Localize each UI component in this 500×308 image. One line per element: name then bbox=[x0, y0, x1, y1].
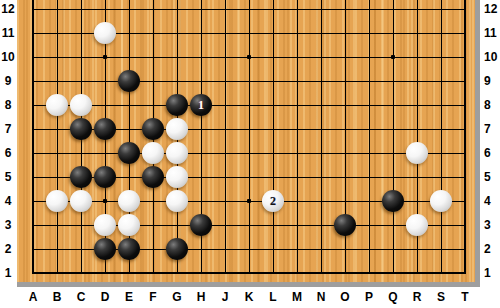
stone-black-H3[interactable] bbox=[190, 214, 212, 236]
col-label-R: R bbox=[409, 290, 425, 304]
stone-black-H8[interactable] bbox=[190, 94, 212, 116]
stone-white-S4[interactable] bbox=[430, 190, 452, 212]
grid-line-row-12 bbox=[32, 9, 466, 10]
row-label-right-12: 12 bbox=[484, 2, 500, 16]
stone-black-E6[interactable] bbox=[118, 142, 140, 164]
stone-black-E2[interactable] bbox=[118, 238, 140, 260]
col-label-S: S bbox=[433, 290, 449, 304]
stone-black-G8[interactable] bbox=[166, 94, 188, 116]
row-label-left-2: 2 bbox=[0, 242, 16, 256]
stone-white-G4[interactable] bbox=[166, 190, 188, 212]
col-label-F: F bbox=[145, 290, 161, 304]
col-label-H: H bbox=[193, 290, 209, 304]
row-label-left-1: 1 bbox=[0, 266, 16, 280]
star-point-D4 bbox=[103, 199, 107, 203]
stone-white-E4[interactable] bbox=[118, 190, 140, 212]
stone-black-F7[interactable] bbox=[142, 118, 164, 140]
stone-black-D2[interactable] bbox=[94, 238, 116, 260]
board-overlay: 12121211111010998877665544332211ABCDEFGH… bbox=[0, 0, 500, 308]
stone-white-C8[interactable] bbox=[70, 94, 92, 116]
row-label-right-10: 10 bbox=[484, 50, 500, 64]
row-label-left-11: 11 bbox=[0, 26, 16, 40]
row-label-right-6: 6 bbox=[484, 146, 500, 160]
stone-black-D5[interactable] bbox=[94, 166, 116, 188]
stone-white-D11[interactable] bbox=[94, 22, 116, 44]
row-label-right-9: 9 bbox=[484, 74, 500, 88]
row-label-right-3: 3 bbox=[484, 218, 500, 232]
col-label-Q: Q bbox=[385, 290, 401, 304]
stone-black-D7[interactable] bbox=[94, 118, 116, 140]
grid-line-col-K bbox=[249, 0, 250, 274]
stone-white-E3[interactable] bbox=[118, 214, 140, 236]
row-label-right-5: 5 bbox=[484, 170, 500, 184]
grid-line-col-B bbox=[57, 0, 58, 274]
star-point-K4 bbox=[247, 199, 251, 203]
grid-line-row-1 bbox=[32, 272, 466, 274]
row-label-left-3: 3 bbox=[0, 218, 16, 232]
stone-white-R6[interactable] bbox=[406, 142, 428, 164]
col-label-O: O bbox=[337, 290, 353, 304]
grid-line-col-J bbox=[225, 0, 226, 274]
stone-white-F6[interactable] bbox=[142, 142, 164, 164]
col-label-K: K bbox=[241, 290, 257, 304]
row-label-left-5: 5 bbox=[0, 170, 16, 184]
row-label-right-1: 1 bbox=[484, 266, 500, 280]
stone-black-C5[interactable] bbox=[70, 166, 92, 188]
col-label-M: M bbox=[289, 290, 305, 304]
stone-white-L4[interactable] bbox=[262, 190, 284, 212]
grid-line-row-9 bbox=[32, 81, 466, 82]
stone-white-G5[interactable] bbox=[166, 166, 188, 188]
row-label-right-7: 7 bbox=[484, 122, 500, 136]
star-point-K10 bbox=[247, 55, 251, 59]
stone-black-O3[interactable] bbox=[334, 214, 356, 236]
grid-line-col-M bbox=[297, 0, 298, 274]
row-label-right-8: 8 bbox=[484, 98, 500, 112]
row-label-left-4: 4 bbox=[0, 194, 16, 208]
grid-line-row-8 bbox=[32, 105, 466, 106]
stone-black-C7[interactable] bbox=[70, 118, 92, 140]
row-label-left-12: 12 bbox=[0, 2, 16, 16]
stone-black-G2[interactable] bbox=[166, 238, 188, 260]
stone-black-F5[interactable] bbox=[142, 166, 164, 188]
col-label-J: J bbox=[217, 290, 233, 304]
col-label-N: N bbox=[313, 290, 329, 304]
grid-line-col-A bbox=[32, 0, 34, 274]
stone-white-B4[interactable] bbox=[46, 190, 68, 212]
grid-line-col-N bbox=[321, 0, 322, 274]
grid-line-col-S bbox=[441, 0, 442, 274]
col-label-L: L bbox=[265, 290, 281, 304]
col-label-D: D bbox=[97, 290, 113, 304]
col-label-G: G bbox=[169, 290, 185, 304]
stone-black-Q4[interactable] bbox=[382, 190, 404, 212]
stone-white-G7[interactable] bbox=[166, 118, 188, 140]
col-label-C: C bbox=[73, 290, 89, 304]
grid-line-col-P bbox=[369, 0, 370, 274]
row-label-right-11: 11 bbox=[484, 26, 500, 40]
grid-line-col-Q bbox=[393, 0, 394, 274]
stone-white-R3[interactable] bbox=[406, 214, 428, 236]
row-label-left-10: 10 bbox=[0, 50, 16, 64]
col-label-B: B bbox=[49, 290, 65, 304]
row-label-left-9: 9 bbox=[0, 74, 16, 88]
go-diagram-page: 12121211111010998877665544332211ABCDEFGH… bbox=[0, 0, 500, 308]
stone-white-G6[interactable] bbox=[166, 142, 188, 164]
stone-white-B8[interactable] bbox=[46, 94, 68, 116]
grid-line-row-6 bbox=[32, 153, 466, 154]
row-label-left-7: 7 bbox=[0, 122, 16, 136]
grid-line-col-T bbox=[464, 0, 466, 274]
row-label-left-8: 8 bbox=[0, 98, 16, 112]
stone-white-D3[interactable] bbox=[94, 214, 116, 236]
stone-black-E9[interactable] bbox=[118, 70, 140, 92]
col-label-E: E bbox=[121, 290, 137, 304]
row-label-right-2: 2 bbox=[484, 242, 500, 256]
row-label-right-4: 4 bbox=[484, 194, 500, 208]
col-label-A: A bbox=[25, 290, 41, 304]
stone-white-C4[interactable] bbox=[70, 190, 92, 212]
col-label-T: T bbox=[457, 290, 473, 304]
row-label-left-6: 6 bbox=[0, 146, 16, 160]
col-label-P: P bbox=[361, 290, 377, 304]
star-point-Q10 bbox=[391, 55, 395, 59]
star-point-D10 bbox=[103, 55, 107, 59]
grid-line-col-L bbox=[273, 0, 274, 274]
